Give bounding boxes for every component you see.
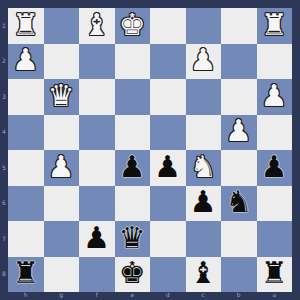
piece-black-pawn: ♟ (261, 152, 288, 182)
square-d8[interactable] (150, 257, 186, 293)
square-e1[interactable]: ♚ (115, 8, 151, 44)
piece-black-rook: ♜ (261, 258, 288, 288)
rank-label-7: 7 (0, 236, 8, 242)
rank-label-2: 2 (0, 58, 8, 64)
square-e5[interactable]: ♟ (115, 150, 151, 186)
square-c1[interactable] (186, 8, 222, 44)
piece-white-pawn: ♟ (48, 152, 75, 182)
piece-white-pawn: ♟ (190, 45, 217, 75)
square-a6[interactable] (257, 186, 293, 222)
square-c5[interactable]: ♞ (186, 150, 222, 186)
square-e7[interactable]: ♛ (115, 221, 151, 257)
rank-label-4: 4 (0, 129, 8, 135)
piece-white-bishop: ♝ (83, 10, 110, 40)
square-e8[interactable]: ♚ (115, 257, 151, 293)
square-a3[interactable]: ♟ (257, 79, 293, 115)
piece-black-pawn: ♟ (119, 152, 146, 182)
piece-white-pawn: ♟ (12, 45, 39, 75)
square-h5[interactable] (8, 150, 44, 186)
square-b6[interactable]: ♞ (221, 186, 257, 222)
chess-board: ♜♝♚♜♟♟♛♟♟♟♟♟♞♟♟♞♟♛♜♚♝♜ (8, 8, 292, 292)
square-h3[interactable] (8, 79, 44, 115)
square-g6[interactable] (44, 186, 80, 222)
square-f1[interactable]: ♝ (79, 8, 115, 44)
file-label-h: h (8, 292, 44, 300)
square-f5[interactable] (79, 150, 115, 186)
file-label-d: d (150, 292, 186, 300)
square-g8[interactable] (44, 257, 80, 293)
square-b3[interactable] (221, 79, 257, 115)
file-label-f: f (79, 292, 115, 300)
file-label-c: c (186, 292, 222, 300)
rank-label-8: 8 (0, 271, 8, 277)
file-label-b: b (221, 292, 257, 300)
piece-white-knight: ♞ (190, 152, 217, 182)
square-b8[interactable] (221, 257, 257, 293)
piece-black-pawn: ♟ (154, 152, 181, 182)
square-e4[interactable] (115, 115, 151, 151)
square-d6[interactable] (150, 186, 186, 222)
square-h2[interactable]: ♟ (8, 44, 44, 80)
square-h6[interactable] (8, 186, 44, 222)
square-a2[interactable] (257, 44, 293, 80)
rank-label-5: 5 (0, 165, 8, 171)
piece-black-rook: ♜ (12, 258, 39, 288)
square-f6[interactable] (79, 186, 115, 222)
square-c7[interactable] (186, 221, 222, 257)
piece-white-rook: ♜ (261, 10, 288, 40)
square-e6[interactable] (115, 186, 151, 222)
square-h7[interactable] (8, 221, 44, 257)
square-a5[interactable]: ♟ (257, 150, 293, 186)
square-h4[interactable] (8, 115, 44, 151)
piece-white-pawn: ♟ (261, 81, 288, 111)
file-label-a: a (257, 292, 293, 300)
square-g3[interactable]: ♛ (44, 79, 80, 115)
square-d3[interactable] (150, 79, 186, 115)
file-label-e: e (115, 292, 151, 300)
square-f7[interactable]: ♟ (79, 221, 115, 257)
piece-black-knight: ♞ (225, 187, 252, 217)
square-a4[interactable] (257, 115, 293, 151)
rank-label-3: 3 (0, 94, 8, 100)
square-a7[interactable] (257, 221, 293, 257)
square-g5[interactable]: ♟ (44, 150, 80, 186)
square-b2[interactable] (221, 44, 257, 80)
square-a8[interactable]: ♜ (257, 257, 293, 293)
piece-white-king: ♚ (119, 10, 146, 40)
piece-black-pawn: ♟ (83, 223, 110, 253)
square-c2[interactable]: ♟ (186, 44, 222, 80)
square-h8[interactable]: ♜ (8, 257, 44, 293)
piece-black-queen: ♛ (119, 223, 146, 253)
square-c3[interactable] (186, 79, 222, 115)
rank-label-6: 6 (0, 200, 8, 206)
square-g1[interactable] (44, 8, 80, 44)
square-d7[interactable] (150, 221, 186, 257)
square-g4[interactable] (44, 115, 80, 151)
square-c4[interactable] (186, 115, 222, 151)
square-f4[interactable] (79, 115, 115, 151)
square-f3[interactable] (79, 79, 115, 115)
square-e3[interactable] (115, 79, 151, 115)
piece-black-pawn: ♟ (190, 187, 217, 217)
square-c6[interactable]: ♟ (186, 186, 222, 222)
square-g7[interactable] (44, 221, 80, 257)
piece-white-pawn: ♟ (225, 116, 252, 146)
piece-black-bishop: ♝ (190, 258, 217, 288)
square-d2[interactable] (150, 44, 186, 80)
square-a1[interactable]: ♜ (257, 8, 293, 44)
square-b5[interactable] (221, 150, 257, 186)
square-g2[interactable] (44, 44, 80, 80)
rank-label-1: 1 (0, 23, 8, 29)
piece-white-rook: ♜ (12, 10, 39, 40)
file-label-g: g (44, 292, 80, 300)
square-b7[interactable] (221, 221, 257, 257)
square-d4[interactable] (150, 115, 186, 151)
square-e2[interactable] (115, 44, 151, 80)
square-h1[interactable]: ♜ (8, 8, 44, 44)
piece-black-king: ♚ (119, 258, 146, 288)
square-f2[interactable] (79, 44, 115, 80)
square-b1[interactable] (221, 8, 257, 44)
square-f8[interactable] (79, 257, 115, 293)
square-b4[interactable]: ♟ (221, 115, 257, 151)
square-d5[interactable]: ♟ (150, 150, 186, 186)
chess-app-window: ♜♝♚♜♟♟♛♟♟♟♟♟♞♟♟♞♟♛♜♚♝♜ 12345678hgfedcba (0, 0, 300, 300)
square-d1[interactable] (150, 8, 186, 44)
square-c8[interactable]: ♝ (186, 257, 222, 293)
piece-white-queen: ♛ (48, 81, 75, 111)
